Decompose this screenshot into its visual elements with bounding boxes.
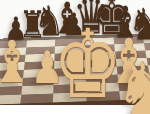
pieces-layer: ♟♜♞♝♟♛♚♝♞♝♟♚♝♞ — [0, 0, 150, 114]
white-bishop-left-piece: ♝ — [0, 33, 33, 91]
white-knight-right-piece: ♞ — [115, 52, 150, 114]
chess-set-photo: ♟♜♞♝♟♛♚♝♞♝♟♚♝♞ — [0, 0, 150, 114]
